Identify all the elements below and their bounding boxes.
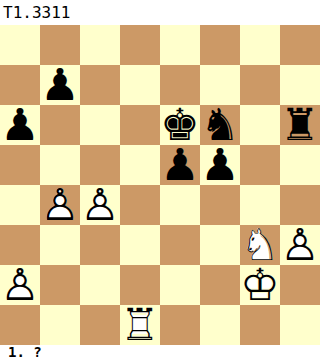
square-b7[interactable]: ♟ xyxy=(40,65,80,105)
square-a4[interactable] xyxy=(0,185,40,225)
square-g7[interactable] xyxy=(240,65,280,105)
square-h1[interactable] xyxy=(280,305,320,345)
square-d1[interactable]: ♜♖ xyxy=(120,305,160,345)
square-g5[interactable] xyxy=(240,145,280,185)
white-rook[interactable]: ♖ xyxy=(120,305,160,345)
square-d5[interactable] xyxy=(120,145,160,185)
black-pawn[interactable]: ♟ xyxy=(0,105,40,145)
chess-puzzle-window: T1.3311 ♟♟♚♞♜♟♟♟♙♟♙♞♘♟♙♟♙♚♔♜♖ 1. ? xyxy=(0,0,320,360)
square-f3[interactable] xyxy=(200,225,240,265)
square-b2[interactable] xyxy=(40,265,80,305)
square-h2[interactable] xyxy=(280,265,320,305)
square-h3[interactable]: ♟♙ xyxy=(280,225,320,265)
square-h6[interactable]: ♜ xyxy=(280,105,320,145)
square-d4[interactable] xyxy=(120,185,160,225)
square-d8[interactable] xyxy=(120,25,160,65)
square-g8[interactable] xyxy=(240,25,280,65)
square-f1[interactable] xyxy=(200,305,240,345)
white-pawn[interactable]: ♙ xyxy=(280,225,320,265)
square-d3[interactable] xyxy=(120,225,160,265)
square-h5[interactable] xyxy=(280,145,320,185)
square-a8[interactable] xyxy=(0,25,40,65)
square-g1[interactable] xyxy=(240,305,280,345)
square-c3[interactable] xyxy=(80,225,120,265)
square-f8[interactable] xyxy=(200,25,240,65)
square-a1[interactable] xyxy=(0,305,40,345)
square-b1[interactable] xyxy=(40,305,80,345)
move-prompt: 1. ? xyxy=(0,345,320,360)
white-pawn[interactable]: ♙ xyxy=(80,185,120,225)
square-b6[interactable] xyxy=(40,105,80,145)
square-f2[interactable] xyxy=(200,265,240,305)
square-c6[interactable] xyxy=(80,105,120,145)
square-e8[interactable] xyxy=(160,25,200,65)
square-b4[interactable]: ♟♙ xyxy=(40,185,80,225)
black-pawn[interactable]: ♟ xyxy=(200,145,240,185)
chess-board: ♟♟♚♞♜♟♟♟♙♟♙♞♘♟♙♟♙♚♔♜♖ xyxy=(0,25,320,345)
white-king[interactable]: ♔ xyxy=(240,265,280,305)
square-e5[interactable]: ♟ xyxy=(160,145,200,185)
square-c8[interactable] xyxy=(80,25,120,65)
white-pawn[interactable]: ♙ xyxy=(0,265,40,305)
square-e2[interactable] xyxy=(160,265,200,305)
square-e4[interactable] xyxy=(160,185,200,225)
square-c1[interactable] xyxy=(80,305,120,345)
square-d6[interactable] xyxy=(120,105,160,145)
square-g2[interactable]: ♚♔ xyxy=(240,265,280,305)
square-a5[interactable] xyxy=(0,145,40,185)
puzzle-title: T1.3311 xyxy=(0,0,320,25)
black-rook[interactable]: ♜ xyxy=(280,105,320,145)
square-e3[interactable] xyxy=(160,225,200,265)
square-f5[interactable]: ♟ xyxy=(200,145,240,185)
square-h8[interactable] xyxy=(280,25,320,65)
square-c2[interactable] xyxy=(80,265,120,305)
square-c7[interactable] xyxy=(80,65,120,105)
square-e1[interactable] xyxy=(160,305,200,345)
square-a2[interactable]: ♟♙ xyxy=(0,265,40,305)
square-b3[interactable] xyxy=(40,225,80,265)
square-f4[interactable] xyxy=(200,185,240,225)
square-a6[interactable]: ♟ xyxy=(0,105,40,145)
square-d7[interactable] xyxy=(120,65,160,105)
white-pawn[interactable]: ♙ xyxy=(40,185,80,225)
square-g6[interactable] xyxy=(240,105,280,145)
square-c4[interactable]: ♟♙ xyxy=(80,185,120,225)
black-pawn[interactable]: ♟ xyxy=(160,145,200,185)
black-pawn[interactable]: ♟ xyxy=(40,65,80,105)
